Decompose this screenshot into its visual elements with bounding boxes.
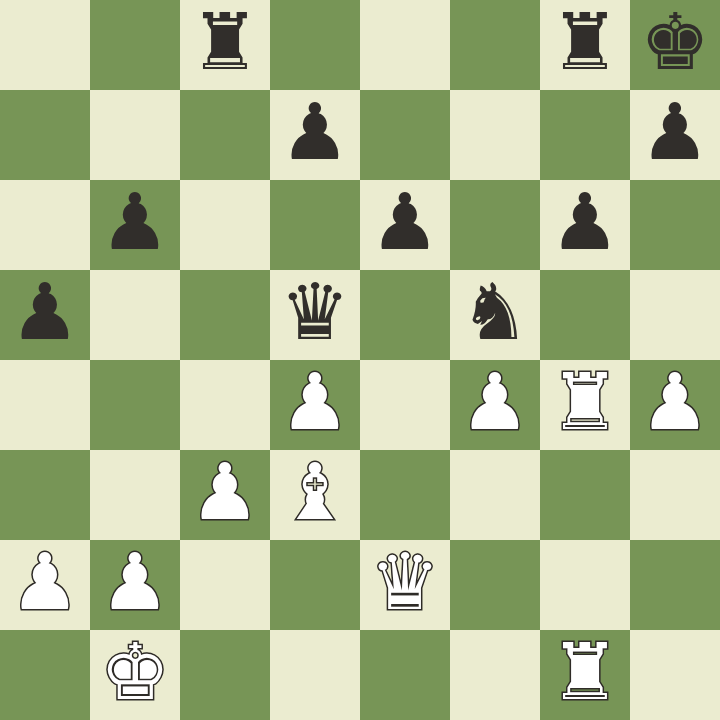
square-h1[interactable]: [630, 630, 720, 720]
square-g7[interactable]: [540, 90, 630, 180]
square-f1[interactable]: [450, 630, 540, 720]
black-knight[interactable]: ♞: [460, 270, 530, 357]
square-a8[interactable]: [0, 0, 90, 90]
square-f2[interactable]: [450, 540, 540, 630]
white-rook[interactable]: ♜: [550, 630, 620, 717]
black-pawn[interactable]: ♟: [370, 180, 440, 267]
black-pawn[interactable]: ♟: [640, 90, 710, 177]
black-rook[interactable]: ♜: [190, 0, 260, 87]
square-c2[interactable]: [180, 540, 270, 630]
square-b6[interactable]: ♟: [90, 180, 180, 270]
square-a7[interactable]: [0, 90, 90, 180]
square-b8[interactable]: [90, 0, 180, 90]
square-b5[interactable]: [90, 270, 180, 360]
square-g2[interactable]: [540, 540, 630, 630]
square-b1[interactable]: ♚: [90, 630, 180, 720]
square-e2[interactable]: ♛: [360, 540, 450, 630]
square-e1[interactable]: [360, 630, 450, 720]
square-a2[interactable]: ♟: [0, 540, 90, 630]
square-d8[interactable]: [270, 0, 360, 90]
square-b2[interactable]: ♟: [90, 540, 180, 630]
square-g6[interactable]: ♟: [540, 180, 630, 270]
white-pawn[interactable]: ♟: [640, 360, 710, 447]
square-d3[interactable]: ♝: [270, 450, 360, 540]
square-g1[interactable]: ♜: [540, 630, 630, 720]
square-d4[interactable]: ♟: [270, 360, 360, 450]
square-d2[interactable]: [270, 540, 360, 630]
chess-board: ♜♜♚♟♟♟♟♟♟♛♞♟♟♜♟♟♝♟♟♛♚♜: [0, 0, 720, 720]
square-c1[interactable]: [180, 630, 270, 720]
square-c6[interactable]: [180, 180, 270, 270]
white-pawn[interactable]: ♟: [10, 540, 80, 627]
white-bishop[interactable]: ♝: [280, 450, 350, 537]
square-d1[interactable]: [270, 630, 360, 720]
white-queen[interactable]: ♛: [370, 540, 440, 627]
square-f4[interactable]: ♟: [450, 360, 540, 450]
white-pawn[interactable]: ♟: [100, 540, 170, 627]
square-c4[interactable]: [180, 360, 270, 450]
square-f8[interactable]: [450, 0, 540, 90]
black-king[interactable]: ♚: [640, 0, 710, 87]
square-g3[interactable]: [540, 450, 630, 540]
square-c7[interactable]: [180, 90, 270, 180]
white-king[interactable]: ♚: [100, 630, 170, 717]
square-h5[interactable]: [630, 270, 720, 360]
square-c3[interactable]: ♟: [180, 450, 270, 540]
square-h4[interactable]: ♟: [630, 360, 720, 450]
square-e5[interactable]: [360, 270, 450, 360]
square-d5[interactable]: ♛: [270, 270, 360, 360]
black-pawn[interactable]: ♟: [10, 270, 80, 357]
square-h6[interactable]: [630, 180, 720, 270]
square-h3[interactable]: [630, 450, 720, 540]
black-pawn[interactable]: ♟: [550, 180, 620, 267]
square-e6[interactable]: ♟: [360, 180, 450, 270]
square-g8[interactable]: ♜: [540, 0, 630, 90]
square-c5[interactable]: [180, 270, 270, 360]
white-pawn[interactable]: ♟: [280, 360, 350, 447]
square-b7[interactable]: [90, 90, 180, 180]
black-rook[interactable]: ♜: [550, 0, 620, 87]
square-a5[interactable]: ♟: [0, 270, 90, 360]
square-d7[interactable]: ♟: [270, 90, 360, 180]
square-g4[interactable]: ♜: [540, 360, 630, 450]
square-f7[interactable]: [450, 90, 540, 180]
square-e7[interactable]: [360, 90, 450, 180]
white-pawn[interactable]: ♟: [460, 360, 530, 447]
square-b3[interactable]: [90, 450, 180, 540]
square-e8[interactable]: [360, 0, 450, 90]
square-f6[interactable]: [450, 180, 540, 270]
white-rook[interactable]: ♜: [550, 360, 620, 447]
square-c8[interactable]: ♜: [180, 0, 270, 90]
square-e4[interactable]: [360, 360, 450, 450]
square-a4[interactable]: [0, 360, 90, 450]
square-b4[interactable]: [90, 360, 180, 450]
square-d6[interactable]: [270, 180, 360, 270]
square-g5[interactable]: [540, 270, 630, 360]
square-h2[interactable]: [630, 540, 720, 630]
black-pawn[interactable]: ♟: [280, 90, 350, 177]
black-pawn[interactable]: ♟: [100, 180, 170, 267]
square-a3[interactable]: [0, 450, 90, 540]
square-e3[interactable]: [360, 450, 450, 540]
white-pawn[interactable]: ♟: [190, 450, 260, 537]
square-h8[interactable]: ♚: [630, 0, 720, 90]
square-h7[interactable]: ♟: [630, 90, 720, 180]
square-a6[interactable]: [0, 180, 90, 270]
black-queen[interactable]: ♛: [280, 270, 350, 357]
square-a1[interactable]: [0, 630, 90, 720]
square-f5[interactable]: ♞: [450, 270, 540, 360]
square-f3[interactable]: [450, 450, 540, 540]
